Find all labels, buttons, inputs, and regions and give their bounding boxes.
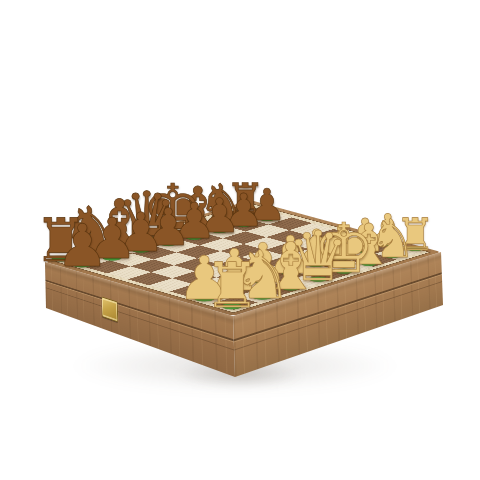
product-photo-scene: ♜♟♞♟♝♟♚♟♛♟♟♝♜♟♟♞♞♟♟♜♝♟♟♚♟♛♟♝♟♞♟♜ [0,0,480,480]
